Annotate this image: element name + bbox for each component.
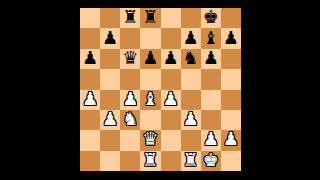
square-d7[interactable] xyxy=(140,28,160,48)
square-d4[interactable]: ♝ xyxy=(140,90,160,110)
square-a4[interactable]: ♟ xyxy=(80,90,100,110)
square-h6[interactable] xyxy=(221,49,241,69)
square-h3[interactable] xyxy=(221,110,241,130)
piece-black-pawn: ♟ xyxy=(142,49,158,67)
square-d8[interactable]: ♜ xyxy=(140,8,160,28)
piece-black-rook: ♜ xyxy=(142,8,158,26)
piece-white-pawn: ♟ xyxy=(203,130,219,148)
square-e2[interactable] xyxy=(161,130,181,150)
chess-board: ♜♜♚♟♟♝♟♟♛♟♟♞♟♟♟♝♟♟♞♟♛♟♟♜♜♚ xyxy=(80,8,241,171)
square-f6[interactable]: ♞ xyxy=(181,49,201,69)
square-e7[interactable] xyxy=(161,28,181,48)
square-a1[interactable] xyxy=(80,151,100,171)
square-a3[interactable] xyxy=(80,110,100,130)
piece-black-bishop: ♝ xyxy=(203,29,219,47)
piece-white-pawn: ♟ xyxy=(183,110,199,128)
square-g8[interactable]: ♚ xyxy=(201,8,221,28)
square-e3[interactable] xyxy=(161,110,181,130)
piece-white-rook: ♜ xyxy=(183,151,199,169)
square-f3[interactable]: ♟ xyxy=(181,110,201,130)
piece-white-bishop: ♝ xyxy=(142,90,158,108)
square-e1[interactable] xyxy=(161,151,181,171)
square-h2[interactable]: ♟ xyxy=(221,130,241,150)
piece-white-king: ♚ xyxy=(203,151,219,169)
square-h5[interactable] xyxy=(221,69,241,89)
square-e6[interactable]: ♟ xyxy=(161,49,181,69)
square-g2[interactable]: ♟ xyxy=(201,130,221,150)
piece-black-pawn: ♟ xyxy=(82,49,98,67)
square-g5[interactable] xyxy=(201,69,221,89)
square-b8[interactable] xyxy=(100,8,120,28)
square-b1[interactable] xyxy=(100,151,120,171)
square-c7[interactable] xyxy=(120,28,140,48)
piece-black-king: ♚ xyxy=(203,8,219,26)
square-f5[interactable] xyxy=(181,69,201,89)
piece-black-rook: ♜ xyxy=(122,8,138,26)
square-c8[interactable]: ♜ xyxy=(120,8,140,28)
square-f8[interactable] xyxy=(181,8,201,28)
square-g6[interactable]: ♟ xyxy=(201,49,221,69)
square-a7[interactable] xyxy=(80,28,100,48)
square-g3[interactable] xyxy=(201,110,221,130)
piece-black-pawn: ♟ xyxy=(162,49,178,67)
piece-white-pawn: ♟ xyxy=(122,90,138,108)
square-h7[interactable]: ♟ xyxy=(221,28,241,48)
piece-black-knight: ♞ xyxy=(183,49,199,67)
square-a2[interactable] xyxy=(80,130,100,150)
square-d6[interactable]: ♟ xyxy=(140,49,160,69)
square-b4[interactable] xyxy=(100,90,120,110)
piece-black-pawn: ♟ xyxy=(203,49,219,67)
square-c5[interactable] xyxy=(120,69,140,89)
square-a6[interactable]: ♟ xyxy=(80,49,100,69)
square-b3[interactable]: ♟ xyxy=(100,110,120,130)
square-e5[interactable] xyxy=(161,69,181,89)
square-a8[interactable] xyxy=(80,8,100,28)
piece-black-pawn: ♟ xyxy=(183,29,199,47)
piece-white-pawn: ♟ xyxy=(82,90,98,108)
square-g1[interactable]: ♚ xyxy=(201,151,221,171)
piece-white-pawn: ♟ xyxy=(162,90,178,108)
piece-white-pawn: ♟ xyxy=(102,110,118,128)
square-g4[interactable] xyxy=(201,90,221,110)
square-e8[interactable] xyxy=(161,8,181,28)
piece-black-pawn: ♟ xyxy=(102,29,118,47)
square-f4[interactable] xyxy=(181,90,201,110)
piece-white-rook: ♜ xyxy=(142,151,158,169)
square-h4[interactable] xyxy=(221,90,241,110)
square-e4[interactable]: ♟ xyxy=(161,90,181,110)
square-b7[interactable]: ♟ xyxy=(100,28,120,48)
square-c6[interactable]: ♛ xyxy=(120,49,140,69)
square-a5[interactable] xyxy=(80,69,100,89)
piece-black-queen: ♛ xyxy=(122,49,138,67)
square-d3[interactable] xyxy=(140,110,160,130)
square-b5[interactable] xyxy=(100,69,120,89)
square-b2[interactable] xyxy=(100,130,120,150)
square-d1[interactable]: ♜ xyxy=(140,151,160,171)
square-g7[interactable]: ♝ xyxy=(201,28,221,48)
square-f2[interactable] xyxy=(181,130,201,150)
piece-white-pawn: ♟ xyxy=(223,130,239,148)
square-d2[interactable]: ♛ xyxy=(140,130,160,150)
square-f1[interactable]: ♜ xyxy=(181,151,201,171)
square-c1[interactable] xyxy=(120,151,140,171)
square-f7[interactable]: ♟ xyxy=(181,28,201,48)
square-h1[interactable] xyxy=(221,151,241,171)
piece-black-pawn: ♟ xyxy=(223,29,239,47)
square-c4[interactable]: ♟ xyxy=(120,90,140,110)
video-frame: ♜♜♚♟♟♝♟♟♛♟♟♞♟♟♟♝♟♟♞♟♛♟♟♜♜♚ xyxy=(0,0,320,180)
square-c2[interactable] xyxy=(120,130,140,150)
square-d5[interactable] xyxy=(140,69,160,89)
piece-white-queen: ♛ xyxy=(142,130,158,148)
square-b6[interactable] xyxy=(100,49,120,69)
piece-white-knight: ♞ xyxy=(122,110,138,128)
square-h8[interactable] xyxy=(221,8,241,28)
square-c3[interactable]: ♞ xyxy=(120,110,140,130)
